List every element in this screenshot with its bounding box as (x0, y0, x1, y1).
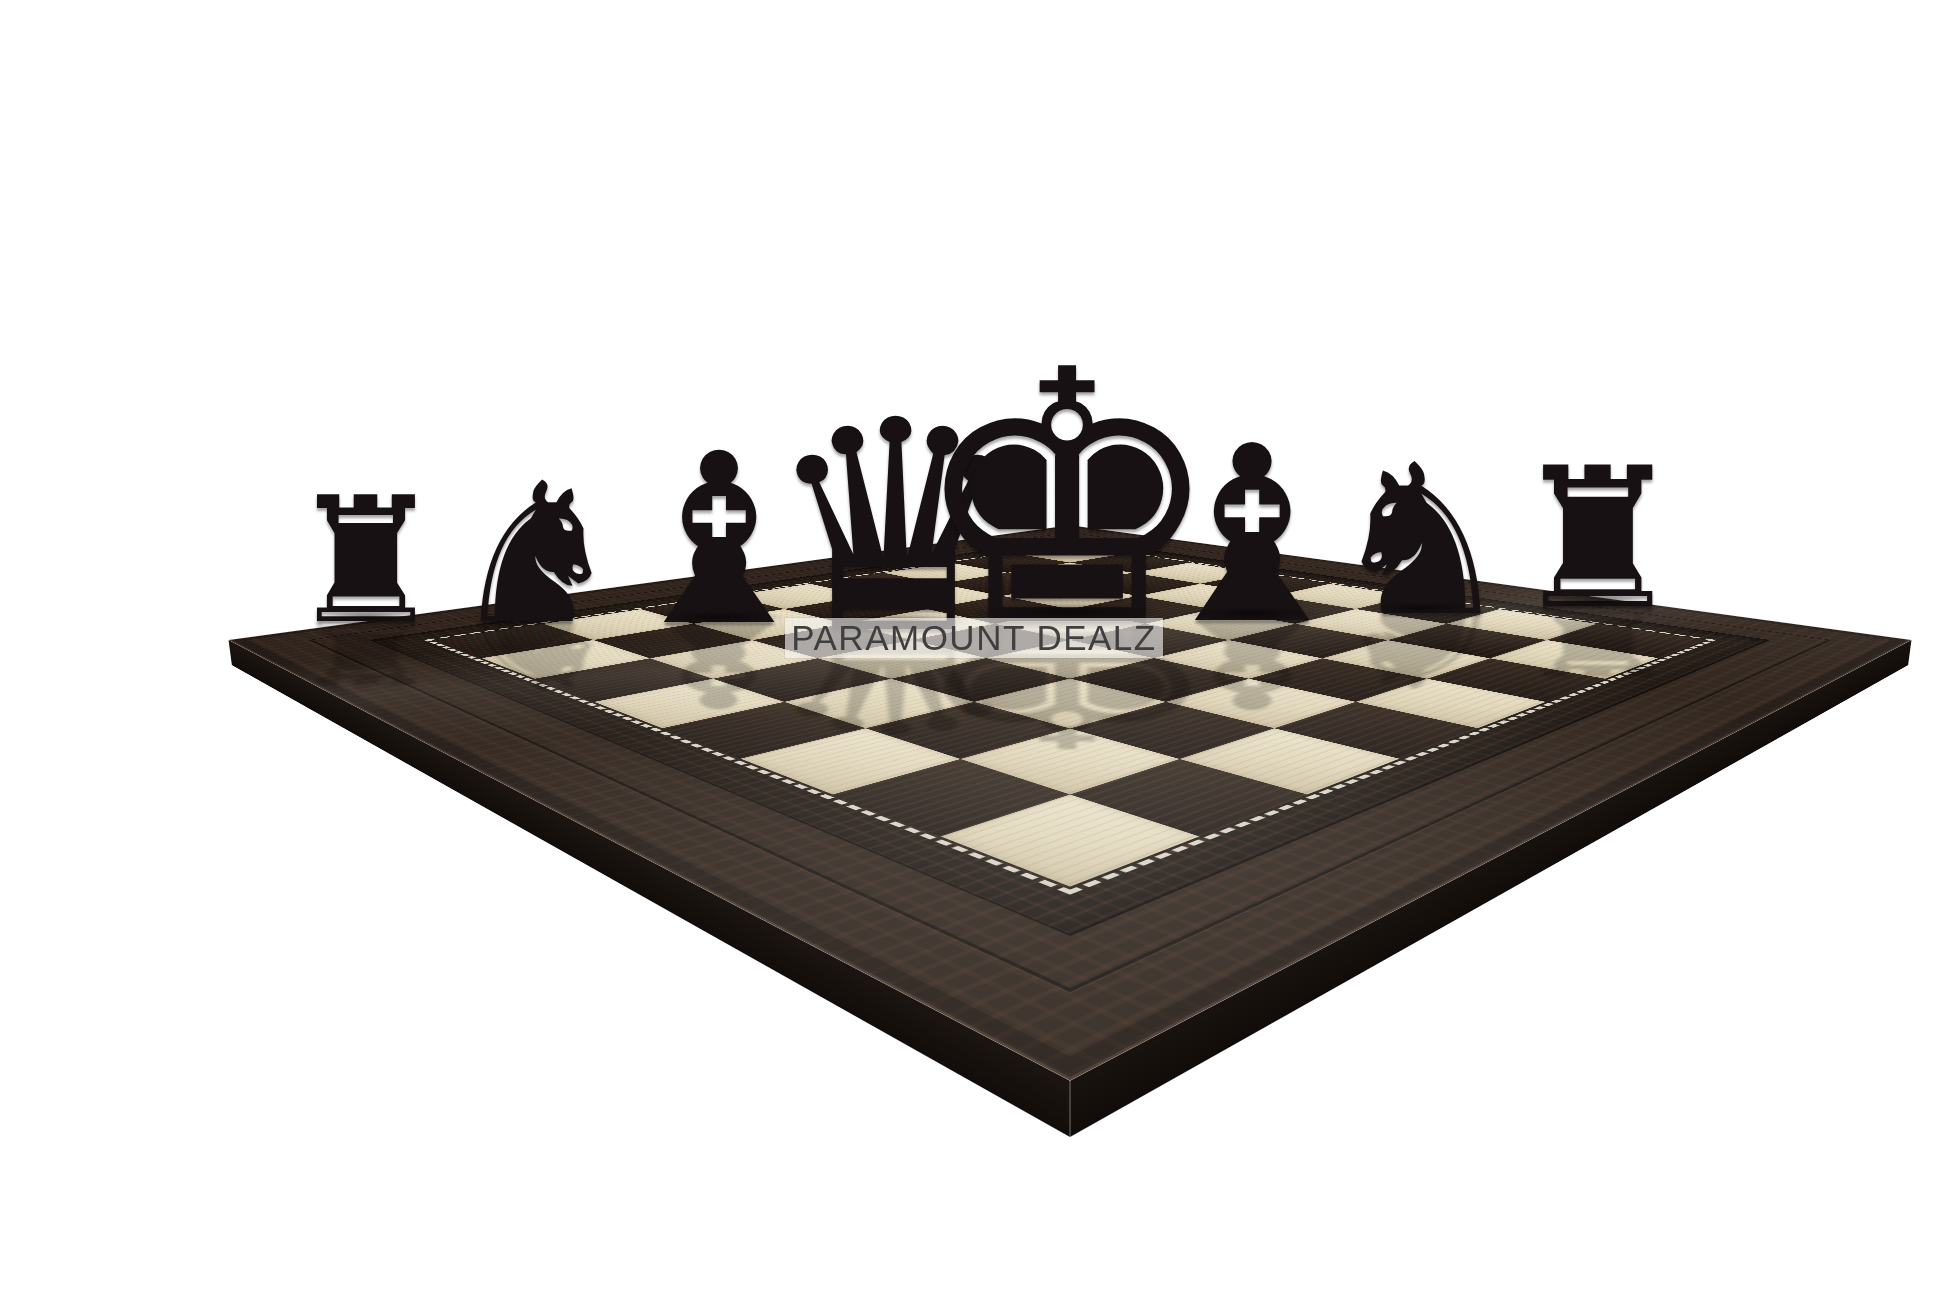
black-knight-glyph: ♞ (449, 457, 623, 651)
piece-reflection: ♞ (1328, 597, 1514, 701)
black-rook-kingside: ♜ ♜ (1511, 442, 1685, 636)
black-rook-queenside: ♜ ♜ (288, 474, 444, 648)
board-square (940, 794, 1199, 886)
piece-reflection: ♜ (288, 608, 444, 695)
black-knight-queenside: ♞ ♞ (449, 457, 623, 651)
watermark-band: PARAMOUNT DEALZ (785, 618, 1163, 658)
piece-reflection: ♜ (1511, 591, 1685, 688)
black-knight-kingside: ♞ ♞ (1328, 437, 1514, 645)
watermark-text: PARAMOUNT DEALZ (791, 618, 1156, 658)
